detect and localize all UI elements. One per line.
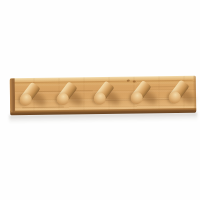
coat-rack-peg: [170, 82, 200, 112]
coat-rack: [10, 76, 197, 129]
board-end-grain-left: [10, 78, 16, 112]
coat-rack-peg: [95, 83, 125, 113]
product-photo: [0, 0, 200, 200]
wood-knot: [127, 79, 130, 81]
peg-end-cap: [17, 91, 34, 108]
peg-end-cap: [166, 88, 183, 105]
peg-end-cap: [54, 90, 71, 107]
coat-rack-board: [10, 76, 197, 116]
coat-rack-peg: [58, 83, 88, 113]
coat-rack-peg: [21, 84, 51, 114]
peg-end-cap: [128, 89, 145, 106]
drop-shadow: [9, 113, 197, 124]
coat-rack-peg: [132, 82, 162, 112]
peg-end-cap: [91, 89, 108, 106]
